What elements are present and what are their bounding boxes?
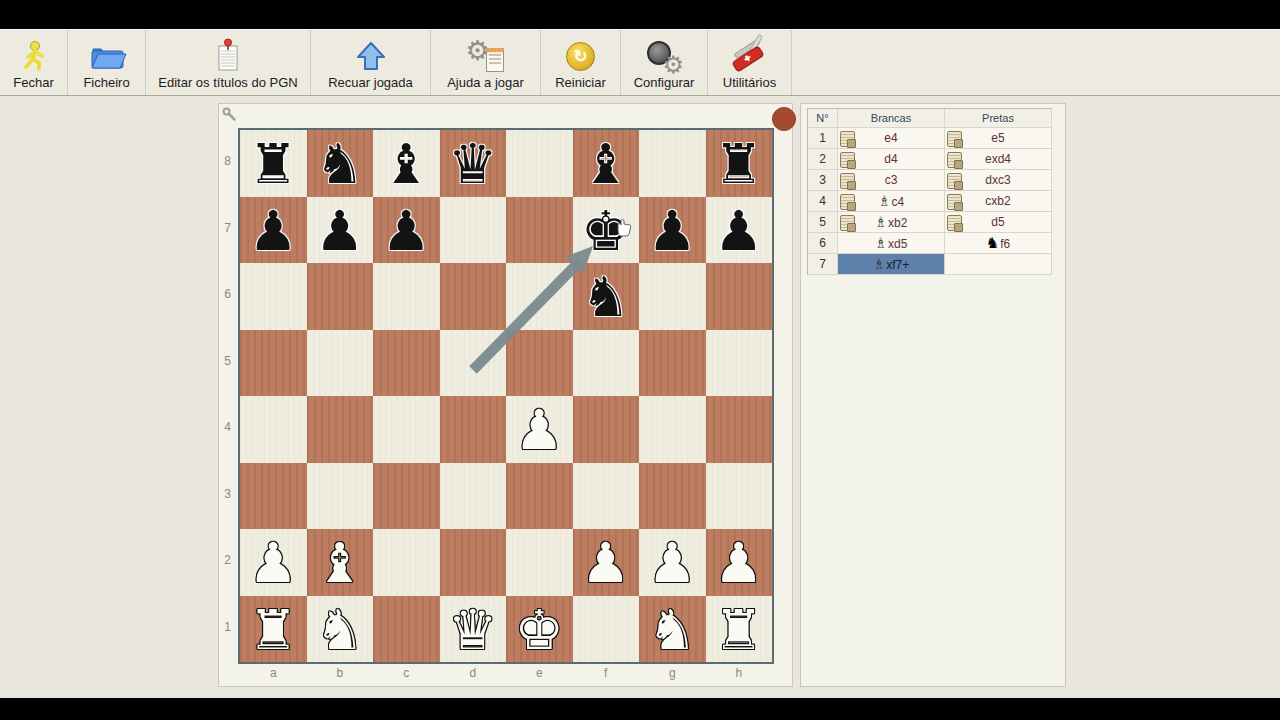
square-h6[interactable] <box>706 263 773 330</box>
file-label-f: f <box>573 666 640 684</box>
white-pawn-f2: ♟ <box>573 529 640 596</box>
square-a4[interactable] <box>240 396 307 463</box>
black-pawn-c7: ♟ <box>373 197 440 264</box>
white-rook-a1: ♜ <box>240 596 307 663</box>
main-content: ♜♞♝♛♝♜♟♟♟♚♟♟♞♟♟♝♟♟♟♜♞♛♚♞♜ 87654321 abcde… <box>0 96 1280 698</box>
note-icon <box>840 152 855 168</box>
square-d1[interactable]: ♛ <box>440 596 507 663</box>
square-d3[interactable] <box>440 463 507 530</box>
board-tools-icon[interactable] <box>222 107 237 126</box>
square-e7[interactable] <box>506 197 573 264</box>
ficheiro-button[interactable]: Ficheiro <box>68 30 146 95</box>
move-text: ♞f6 <box>947 234 1049 252</box>
square-f7[interactable]: ♚ <box>573 197 640 264</box>
square-c7[interactable]: ♟ <box>373 197 440 264</box>
ficheiro-label: Ficheiro <box>75 75 137 90</box>
move-6-black[interactable]: ♞f6 <box>945 233 1052 254</box>
reiniciar-label: Reiniciar <box>547 75 614 90</box>
file-label-c: c <box>373 666 440 684</box>
app-window: Fechar Ficheiro <box>0 0 1280 720</box>
square-a7[interactable]: ♟ <box>240 197 307 264</box>
white-knight-g1: ♞ <box>639 596 706 663</box>
file-label-e: e <box>506 666 573 684</box>
move-7-black[interactable] <box>945 254 1052 275</box>
square-g7[interactable]: ♟ <box>639 197 706 264</box>
white-king-e1: ♚ <box>506 596 573 663</box>
recuar-jogada-label: Recuar jogada <box>320 75 421 90</box>
swiss-knife-icon: ✚ <box>729 37 771 75</box>
letterbox-top <box>0 0 1280 29</box>
square-d2[interactable] <box>440 529 507 596</box>
move-number-4: 4 <box>808 191 838 212</box>
square-f1[interactable] <box>573 596 640 663</box>
square-a8[interactable]: ♜ <box>240 130 307 197</box>
square-c4[interactable] <box>373 396 440 463</box>
fechar-button[interactable]: Fechar <box>0 30 68 95</box>
move-row-3: 3c3dxc3 <box>808 170 1052 191</box>
square-f8[interactable]: ♝ <box>573 130 640 197</box>
square-b2[interactable]: ♝ <box>307 529 374 596</box>
square-b8[interactable]: ♞ <box>307 130 374 197</box>
square-a5[interactable] <box>240 330 307 397</box>
square-g5[interactable] <box>639 330 706 397</box>
utilitarios-label: Utilitários <box>715 75 784 90</box>
square-e6[interactable] <box>506 263 573 330</box>
gear-note-icon: ⚙ <box>466 37 506 75</box>
black-pawn-h7: ♟ <box>706 197 773 264</box>
move-6-white[interactable]: ♗xd5 <box>838 233 945 254</box>
toolbar: Fechar Ficheiro <box>0 29 1280 96</box>
square-c2[interactable] <box>373 529 440 596</box>
move-5-white[interactable]: ♗xb2 <box>838 212 945 233</box>
note-icon <box>840 194 855 210</box>
move-3-black[interactable]: dxc3 <box>945 170 1052 191</box>
square-c3[interactable] <box>373 463 440 530</box>
white-bishop-b2: ♝ <box>307 529 374 596</box>
rank-label-7: 7 <box>219 195 236 262</box>
square-e4[interactable]: ♟ <box>506 396 573 463</box>
chess-board[interactable]: ♜♞♝♛♝♜♟♟♟♚♟♟♞♟♟♝♟♟♟♜♞♛♚♞♜ <box>238 128 774 664</box>
black-knight-f6: ♞ <box>573 263 640 330</box>
white-pawn-e4: ♟ <box>506 396 573 463</box>
letterbox-bottom <box>0 698 1280 720</box>
header-black: Pretas <box>945 109 1052 128</box>
black-bishop-f8: ♝ <box>573 130 640 197</box>
file-label-a: a <box>240 666 307 684</box>
square-b1[interactable]: ♞ <box>307 596 374 663</box>
note-icon <box>840 173 855 189</box>
bishop-move-icon: ♗ <box>873 256 886 272</box>
note-icon <box>947 131 962 147</box>
square-b6[interactable] <box>307 263 374 330</box>
square-d8[interactable]: ♛ <box>440 130 507 197</box>
square-g4[interactable] <box>639 396 706 463</box>
reiniciar-button[interactable]: ↻ Reiniciar <box>541 30 621 95</box>
rank-label-6: 6 <box>219 261 236 328</box>
square-h2[interactable]: ♟ <box>706 529 773 596</box>
black-pawn-g7: ♟ <box>639 197 706 264</box>
fechar-label: Fechar <box>5 75 61 90</box>
gears-icon: ⚙ <box>644 37 684 75</box>
black-rook-h8: ♜ <box>706 130 773 197</box>
board-panel: ♜♞♝♛♝♜♟♟♟♚♟♟♞♟♟♝♟♟♟♜♞♛♚♞♜ 87654321 abcde… <box>218 103 793 687</box>
move-7-white[interactable]: ♗xf7+ <box>838 254 945 275</box>
move-2-white[interactable]: d4 <box>838 149 945 170</box>
square-h5[interactable] <box>706 330 773 397</box>
black-queen-d8: ♛ <box>440 130 507 197</box>
square-a6[interactable] <box>240 263 307 330</box>
move-1-white[interactable]: e4 <box>838 128 945 149</box>
note-icon <box>840 215 855 231</box>
refresh-icon: ↻ <box>566 37 595 75</box>
white-pawn-g2: ♟ <box>639 529 706 596</box>
square-e3[interactable] <box>506 463 573 530</box>
square-g1[interactable]: ♞ <box>639 596 706 663</box>
move-2-black[interactable]: exd4 <box>945 149 1052 170</box>
bishop-move-icon: ♗ <box>875 214 888 230</box>
move-1-black[interactable]: e5 <box>945 128 1052 149</box>
square-d5[interactable] <box>440 330 507 397</box>
move-list-table: N° Brancas Pretas 1e4e52d4exd43c3dxc34♗c… <box>807 108 1052 275</box>
white-pawn-h2: ♟ <box>706 529 773 596</box>
move-4-black[interactable]: cxb2 <box>945 191 1052 212</box>
square-e1[interactable]: ♚ <box>506 596 573 663</box>
move-number-6: 6 <box>808 233 838 254</box>
square-b3[interactable] <box>307 463 374 530</box>
square-c6[interactable] <box>373 263 440 330</box>
rank-label-2: 2 <box>219 527 236 594</box>
square-d7[interactable] <box>440 197 507 264</box>
square-g8[interactable] <box>639 130 706 197</box>
white-rook-h1: ♜ <box>706 596 773 663</box>
ajuda-a-jogar-label: Ajuda a jogar <box>439 75 532 90</box>
note-icon <box>947 152 962 168</box>
square-f4[interactable] <box>573 396 640 463</box>
square-h8[interactable]: ♜ <box>706 130 773 197</box>
square-f6[interactable]: ♞ <box>573 263 640 330</box>
square-h1[interactable]: ♜ <box>706 596 773 663</box>
square-c1[interactable] <box>373 596 440 663</box>
move-row-7: 7♗xf7+ <box>808 254 1052 275</box>
move-number-7: 7 <box>808 254 838 275</box>
white-pawn-a2: ♟ <box>240 529 307 596</box>
header-number: N° <box>808 109 838 128</box>
black-bishop-c8: ♝ <box>373 130 440 197</box>
square-f2[interactable]: ♟ <box>573 529 640 596</box>
bishop-move-icon: ♗ <box>878 193 891 209</box>
move-number-5: 5 <box>808 212 838 233</box>
note-icon <box>840 131 855 147</box>
move-number-1: 1 <box>808 128 838 149</box>
move-3-white[interactable]: c3 <box>838 170 945 191</box>
file-label-d: d <box>440 666 507 684</box>
note-icon <box>947 215 962 231</box>
square-d6[interactable] <box>440 263 507 330</box>
move-5-black[interactable]: d5 <box>945 212 1052 233</box>
white-knight-b1: ♞ <box>307 596 374 663</box>
rank-label-3: 3 <box>219 461 236 528</box>
bishop-move-icon: ♗ <box>875 235 888 251</box>
note-icon <box>947 194 962 210</box>
rank-label-8: 8 <box>219 128 236 195</box>
square-a2[interactable]: ♟ <box>240 529 307 596</box>
square-b4[interactable] <box>307 396 374 463</box>
square-f5[interactable] <box>573 330 640 397</box>
black-pawn-a7: ♟ <box>240 197 307 264</box>
square-c5[interactable] <box>373 330 440 397</box>
moves-panel: N° Brancas Pretas 1e4e52d4exd43c3dxc34♗c… <box>800 103 1066 687</box>
square-a3[interactable] <box>240 463 307 530</box>
square-c8[interactable]: ♝ <box>373 130 440 197</box>
move-text: ♗xd5 <box>840 235 942 251</box>
black-king-f7: ♚ <box>573 197 640 264</box>
move-row-5: 5♗xb2d5 <box>808 212 1052 233</box>
utilitarios-button[interactable]: ✚ Utilitários <box>708 30 792 95</box>
square-d4[interactable] <box>440 396 507 463</box>
note-pin-icon <box>211 37 245 75</box>
rank-label-4: 4 <box>219 394 236 461</box>
file-label-h: h <box>706 666 773 684</box>
square-h3[interactable] <box>706 463 773 530</box>
move-4-white[interactable]: ♗c4 <box>838 191 945 212</box>
move-list-header: N° Brancas Pretas <box>808 109 1052 128</box>
file-label-g: g <box>639 666 706 684</box>
square-g2[interactable]: ♟ <box>639 529 706 596</box>
square-g3[interactable] <box>639 463 706 530</box>
black-knight-b8: ♞ <box>307 130 374 197</box>
move-row-4: 4♗c4cxb2 <box>808 191 1052 212</box>
recuar-jogada-button[interactable]: Recuar jogada <box>311 30 431 95</box>
square-a1[interactable]: ♜ <box>240 596 307 663</box>
file-label-b: b <box>307 666 374 684</box>
square-h7[interactable]: ♟ <box>706 197 773 264</box>
move-text: ♗xf7+ <box>840 256 942 272</box>
configurar-button[interactable]: ⚙ Configurar <box>621 30 708 95</box>
editar-titulos-pgn-label: Editar os títulos do PGN <box>150 75 305 90</box>
square-f3[interactable] <box>573 463 640 530</box>
square-e8[interactable] <box>506 130 573 197</box>
arrow-up-icon <box>354 37 388 75</box>
rank-label-5: 5 <box>219 328 236 395</box>
square-e2[interactable] <box>506 529 573 596</box>
square-e5[interactable] <box>506 330 573 397</box>
walker-icon <box>17 37 51 75</box>
rank-label-1: 1 <box>219 594 236 661</box>
move-number-3: 3 <box>808 170 838 191</box>
square-g6[interactable] <box>639 263 706 330</box>
header-white: Brancas <box>838 109 945 128</box>
move-row-2: 2d4exd4 <box>808 149 1052 170</box>
square-b5[interactable] <box>307 330 374 397</box>
folder-icon <box>87 37 127 75</box>
turn-indicator <box>772 107 796 131</box>
square-h4[interactable] <box>706 396 773 463</box>
square-b7[interactable]: ♟ <box>307 197 374 264</box>
note-icon <box>947 173 962 189</box>
white-queen-d1: ♛ <box>440 596 507 663</box>
ajuda-a-jogar-button[interactable]: ⚙ Ajuda a jogar <box>431 30 541 95</box>
knight-move-icon: ♞ <box>986 234 999 252</box>
black-rook-a8: ♜ <box>240 130 307 197</box>
move-row-6: 6♗xd5♞f6 <box>808 233 1052 254</box>
move-number-2: 2 <box>808 149 838 170</box>
editar-titulos-pgn-button[interactable]: Editar os títulos do PGN <box>146 30 311 95</box>
black-pawn-b7: ♟ <box>307 197 374 264</box>
move-row-1: 1e4e5 <box>808 128 1052 149</box>
